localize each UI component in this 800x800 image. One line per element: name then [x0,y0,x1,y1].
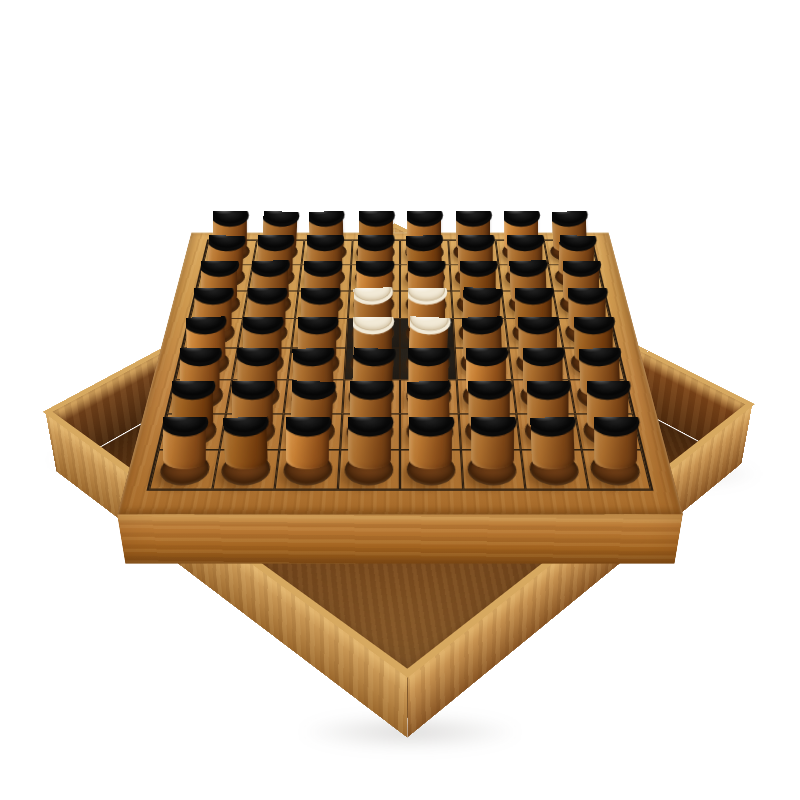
peg-black[interactable]: ● [348,417,391,469]
peg-body [223,417,268,470]
board-cell[interactable]: ● [400,450,463,489]
product-photo-scene: Product photo of a wooden travel Reversi… [0,0,800,800]
peg-body [409,417,452,469]
board-cell[interactable]: ● [275,450,340,489]
board-cell[interactable]: ● [521,450,588,489]
peg-body [531,417,576,470]
peg-black[interactable]: ● [531,417,576,470]
peg-body [348,417,391,469]
peg-black[interactable]: ● [471,417,514,469]
board-grid: ●●●●●●●●●●●●●●●●●●●●●●●●●●●●●●●●●●●●●●●●… [146,239,653,490]
peg-black[interactable]: ● [223,417,268,470]
peg-black[interactable]: ● [594,417,637,469]
board-cell[interactable]: ● [212,450,279,489]
board-cell[interactable]: ● [337,450,400,489]
peg-black[interactable]: ● [409,417,452,469]
board-cell[interactable]: ● [149,450,219,489]
board-front-edge [117,514,683,564]
peg-black[interactable]: ● [163,417,206,469]
peg-body [163,417,206,469]
game-board: ●●●●●●●●●●●●●●●●●●●●●●●●●●●●●●●●●●●●●●●●… [160,112,640,592]
board-surface: ●●●●●●●●●●●●●●●●●●●●●●●●●●●●●●●●●●●●●●●●… [117,232,683,514]
peg-body [594,417,637,469]
peg-black[interactable]: ● [286,417,329,469]
board-cell[interactable]: ● [581,450,651,489]
board-cell[interactable]: ● [460,450,525,489]
peg-body [286,417,329,469]
peg-body [471,417,514,469]
